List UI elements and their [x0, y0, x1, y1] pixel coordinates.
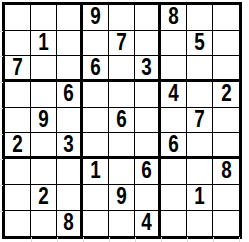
spreadsheet-gridline-stub: [135, 237, 136, 242]
given-digit: 1: [194, 185, 204, 209]
cell-r5c8[interactable]: 7: [187, 108, 213, 134]
spreadsheet-gridline-stub: [0, 82, 3, 83]
spreadsheet-gridline-stub: [161, 237, 162, 242]
cell-r7c8[interactable]: [187, 159, 213, 185]
cell-r5c1[interactable]: [5, 108, 31, 134]
cell-r2c4[interactable]: [83, 31, 109, 57]
cell-r1c8[interactable]: [187, 5, 213, 31]
cell-r8c1[interactable]: [5, 185, 31, 211]
cell-r3c7[interactable]: [161, 56, 187, 82]
cell-r4c2[interactable]: [31, 82, 57, 108]
given-digit: 9: [90, 5, 100, 29]
cell-r1c7[interactable]: 8: [161, 5, 187, 31]
spreadsheet-gridline-stub: [239, 237, 240, 242]
cell-r9c2[interactable]: [31, 211, 57, 237]
spreadsheet-gridline-stub: [109, 237, 110, 242]
cell-r6c3[interactable]: 3: [57, 133, 83, 159]
given-digit: 9: [38, 108, 48, 132]
cell-r9c5[interactable]: [109, 211, 135, 237]
cell-r3c4[interactable]: 6: [83, 56, 109, 82]
cell-r2c9[interactable]: [213, 31, 239, 57]
cell-r2c1[interactable]: [5, 31, 31, 57]
given-digit: 8: [221, 159, 231, 183]
cell-r1c9[interactable]: [213, 5, 239, 31]
cell-r9c7[interactable]: [161, 211, 187, 237]
given-digit: 3: [63, 133, 73, 157]
spreadsheet-gridline-stub: [57, 237, 58, 242]
spreadsheet-gridline-stub: [31, 237, 32, 242]
cell-r6c7[interactable]: 6: [161, 133, 187, 159]
cell-r6c2[interactable]: [31, 133, 57, 159]
cell-r5c6[interactable]: [135, 108, 161, 134]
cell-r9c1[interactable]: [5, 211, 31, 237]
spreadsheet-gridline-stub: [0, 134, 3, 135]
given-digit: 3: [141, 56, 151, 80]
given-digit: 6: [63, 82, 73, 106]
cell-r9c9[interactable]: [213, 211, 239, 237]
cell-r4c8[interactable]: [187, 82, 213, 108]
cell-r9c8[interactable]: [187, 211, 213, 237]
cell-r8c3[interactable]: [57, 185, 83, 211]
given-digit: 8: [168, 5, 178, 29]
spreadsheet-gridline-stub: [0, 56, 3, 57]
cell-r8c6[interactable]: [135, 185, 161, 211]
cell-r7c1[interactable]: [5, 159, 31, 185]
cell-r4c9[interactable]: 2: [213, 82, 239, 108]
given-digit: 4: [141, 211, 151, 235]
given-digit: 6: [90, 56, 100, 80]
cell-r7c2[interactable]: [31, 159, 57, 185]
spreadsheet-gridline-stub: [0, 31, 3, 32]
cell-r3c5[interactable]: [109, 56, 135, 82]
given-digit: 6: [141, 159, 151, 183]
cell-r1c1[interactable]: [5, 5, 31, 31]
spreadsheet-gridline-stub: [83, 237, 84, 242]
cell-r5c5[interactable]: 6: [109, 108, 135, 134]
cell-r4c6[interactable]: [135, 82, 161, 108]
cell-r4c3[interactable]: 6: [57, 82, 83, 108]
cell-r8c9[interactable]: [213, 185, 239, 211]
cell-r7c7[interactable]: [161, 159, 187, 185]
cell-r7c3[interactable]: [57, 159, 83, 185]
cell-r9c6[interactable]: 4: [135, 211, 161, 237]
spreadsheet-gridline-stub: [0, 211, 3, 212]
cell-r9c3[interactable]: 8: [57, 211, 83, 237]
given-digit: 7: [116, 31, 126, 55]
cell-r6c8[interactable]: [187, 133, 213, 159]
given-digit: 2: [221, 82, 231, 106]
given-digit: 1: [90, 159, 100, 183]
given-digit: 6: [168, 133, 178, 157]
cell-r4c1[interactable]: [5, 82, 31, 108]
cell-r5c4[interactable]: [83, 108, 109, 134]
spreadsheet-gridline-stub: [0, 159, 3, 160]
cell-r2c8[interactable]: 5: [187, 31, 213, 57]
cell-r6c4[interactable]: [83, 133, 109, 159]
cell-r7c6[interactable]: 6: [135, 159, 161, 185]
given-digit: 5: [194, 31, 204, 55]
given-digit: 2: [12, 133, 22, 157]
cell-r3c9[interactable]: [213, 56, 239, 82]
sudoku-canvas: 9817576364296723616829184: [0, 0, 249, 242]
cell-r7c5[interactable]: [109, 159, 135, 185]
spreadsheet-gridline-stub: [0, 185, 3, 186]
cell-r6c6[interactable]: [135, 133, 161, 159]
cell-r8c5[interactable]: 9: [109, 185, 135, 211]
cell-r2c2[interactable]: 1: [31, 31, 57, 57]
cell-r3c6[interactable]: 3: [135, 56, 161, 82]
cell-r1c5[interactable]: [109, 5, 135, 31]
given-digit: 9: [116, 185, 126, 209]
given-digit: 8: [63, 211, 73, 235]
given-digit: 6: [116, 108, 126, 132]
cell-r3c2[interactable]: [31, 56, 57, 82]
cell-r8c2[interactable]: 2: [31, 185, 57, 211]
cell-r3c1[interactable]: 7: [5, 56, 31, 82]
cell-r8c4[interactable]: [83, 185, 109, 211]
cell-r2c3[interactable]: [57, 31, 83, 57]
cell-r5c7[interactable]: [161, 108, 187, 134]
cell-r1c6[interactable]: [135, 5, 161, 31]
cell-r1c2[interactable]: [31, 5, 57, 31]
cell-r8c8[interactable]: 1: [187, 185, 213, 211]
cell-r2c6[interactable]: [135, 31, 161, 57]
cell-r1c3[interactable]: [57, 5, 83, 31]
spreadsheet-gridline-stub: [187, 237, 188, 242]
spreadsheet-gridline-stub: [0, 108, 3, 109]
cell-r6c9[interactable]: [213, 133, 239, 159]
cell-r1c4[interactable]: 9: [83, 5, 109, 31]
spreadsheet-gridline-stub: [213, 237, 214, 242]
cell-r6c5[interactable]: [109, 133, 135, 159]
given-digit: 7: [12, 56, 22, 80]
given-digit: 4: [168, 82, 178, 106]
given-digit: 2: [38, 185, 48, 209]
given-digit: 7: [194, 108, 204, 132]
cell-r5c3[interactable]: [57, 108, 83, 134]
sudoku-board: 9817576364296723616829184: [2, 2, 242, 239]
cell-r9c4[interactable]: [83, 211, 109, 237]
cell-r4c4[interactable]: [83, 82, 109, 108]
cell-r2c7[interactable]: [161, 31, 187, 57]
cell-r5c9[interactable]: [213, 108, 239, 134]
cell-r3c8[interactable]: [187, 56, 213, 82]
cell-r4c7[interactable]: 4: [161, 82, 187, 108]
cell-r7c4[interactable]: 1: [83, 159, 109, 185]
cell-r4c5[interactable]: [109, 82, 135, 108]
given-digit: 1: [38, 31, 48, 55]
cell-r7c9[interactable]: 8: [213, 159, 239, 185]
cell-r5c2[interactable]: 9: [31, 108, 57, 134]
cell-r3c3[interactable]: [57, 56, 83, 82]
cell-r8c7[interactable]: [161, 185, 187, 211]
cell-r2c5[interactable]: 7: [109, 31, 135, 57]
cell-r6c1[interactable]: 2: [5, 133, 31, 159]
